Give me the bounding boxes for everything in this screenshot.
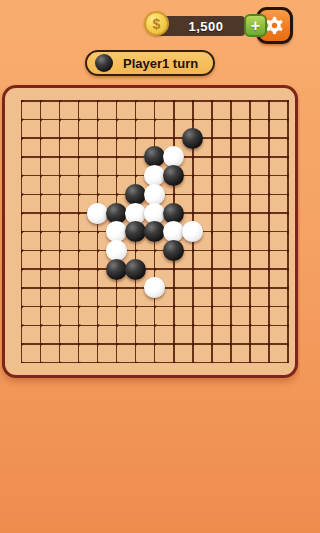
coin-count: 1,500 (174, 19, 223, 34)
black-stone-icon (95, 54, 113, 72)
turn-banner: Player1 turn (85, 50, 215, 76)
stone-white (144, 184, 165, 205)
stone-black (106, 259, 127, 280)
turn-label: Player1 turn (123, 56, 198, 71)
stone-black (125, 259, 146, 280)
stone-white (87, 203, 108, 224)
stone-black (125, 221, 146, 242)
board-grid[interactable] (21, 100, 289, 363)
coin-icon: $ (144, 11, 169, 36)
stone-black (125, 184, 146, 205)
stone-black (163, 165, 184, 186)
stone-white (182, 221, 203, 242)
gear-icon (264, 15, 285, 36)
stone-white (106, 240, 127, 261)
stone-black (163, 240, 184, 261)
stone-black (144, 221, 165, 242)
stone-white (144, 277, 165, 298)
stone-black (182, 128, 203, 149)
board-panel (2, 85, 298, 378)
add-coins-button[interactable]: + (244, 14, 267, 37)
stone-white (144, 165, 165, 186)
